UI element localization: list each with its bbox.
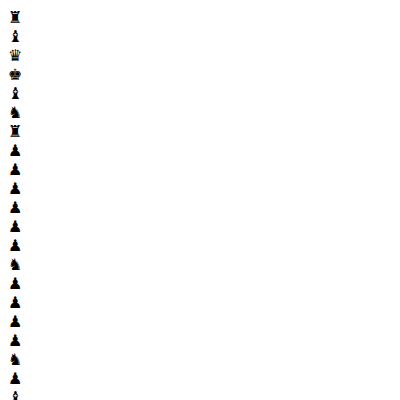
piece-white-pawn-f4[interactable]: ♟ (8, 312, 22, 331)
square-h7[interactable]: ♟ (8, 236, 392, 255)
piece-black-pawn-c5[interactable]: ♟ (8, 274, 22, 293)
piece-black-rook-a8[interactable]: ♜ (8, 8, 22, 27)
piece-black-knight-g8[interactable]: ♞ (8, 103, 22, 122)
piece-white-pawn-b3[interactable]: ♟ (8, 331, 22, 350)
square-d5[interactable]: ♟ (8, 293, 392, 312)
square-a8[interactable]: ♜ (8, 8, 392, 27)
square-a2[interactable]: ♟ (8, 369, 392, 388)
piece-black-pawn-f7[interactable]: ♟ (8, 198, 22, 217)
square-f4[interactable]: ♟ (8, 312, 392, 331)
piece-black-pawn-b7[interactable]: ♟ (8, 160, 22, 179)
piece-black-knight-c6[interactable]: ♞ (8, 255, 22, 274)
piece-black-bishop-f8[interactable]: ♝ (8, 84, 22, 103)
square-f8[interactable]: ♝ (8, 84, 392, 103)
piece-black-rook-h8[interactable]: ♜ (8, 122, 22, 141)
square-g7[interactable]: ♟ (8, 217, 392, 236)
square-e7[interactable]: ♟ (8, 179, 392, 198)
square-e8[interactable]: ♚ (8, 65, 392, 84)
square-b7[interactable]: ♟ (8, 160, 392, 179)
piece-black-king-e8[interactable]: ♚ (8, 65, 22, 84)
square-c5[interactable]: ♟ (8, 274, 392, 293)
piece-black-bishop-c8[interactable]: ♝ (8, 27, 22, 46)
square-c8[interactable]: ♝ (8, 27, 392, 46)
piece-black-pawn-a7[interactable]: ♟ (8, 141, 22, 160)
square-b2[interactable]: ♝ (8, 388, 392, 400)
piece-white-pawn-a2[interactable]: ♟ (8, 369, 22, 388)
chess-board: ♜♝♛♚♝♞♜♟♟♟♟♟♟♞♟♟♟♟♞♟♝♟♟♟♟♟♜♞♛♚♝♜ (8, 8, 392, 400)
piece-black-pawn-e7[interactable]: ♟ (8, 179, 22, 198)
piece-white-knight-f3[interactable]: ♞ (8, 350, 22, 369)
square-h8[interactable]: ♜ (8, 122, 392, 141)
piece-white-bishop-b2[interactable]: ♝ (8, 388, 22, 400)
square-d8[interactable]: ♛ (8, 46, 392, 65)
square-f3[interactable]: ♞ (8, 350, 392, 369)
piece-black-pawn-g7[interactable]: ♟ (8, 217, 22, 236)
square-g8[interactable]: ♞ (8, 103, 392, 122)
square-b3[interactable]: ♟ (8, 331, 392, 350)
square-a7[interactable]: ♟ (8, 141, 392, 160)
piece-black-pawn-h7[interactable]: ♟ (8, 236, 22, 255)
piece-black-pawn-d5[interactable]: ♟ (8, 293, 22, 312)
square-f7[interactable]: ♟ (8, 198, 392, 217)
piece-black-queen-d8[interactable]: ♛ (8, 46, 22, 65)
square-c6[interactable]: ♞ (8, 255, 392, 274)
chess-board-frame: ♜♝♛♚♝♞♜♟♟♟♟♟♟♞♟♟♟♟♞♟♝♟♟♟♟♟♜♞♛♚♝♜ (0, 0, 400, 400)
